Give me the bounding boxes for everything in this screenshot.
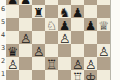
square-c2[interactable]	[32, 57, 45, 70]
square-a6[interactable]	[6, 5, 19, 18]
square-c3[interactable]: ♙	[32, 44, 45, 57]
square-g4[interactable]	[84, 31, 97, 44]
square-b3[interactable]	[19, 44, 32, 57]
square-b1[interactable]	[19, 70, 32, 80]
square-h2[interactable]	[97, 57, 110, 70]
square-e5[interactable]: ♟	[58, 18, 71, 31]
square-h5[interactable]: ♕	[97, 18, 110, 31]
square-d6[interactable]	[45, 5, 58, 18]
square-g3[interactable]	[84, 44, 97, 57]
square-b7[interactable]: ♟	[19, 0, 32, 5]
square-a4[interactable]	[6, 31, 19, 44]
square-c1[interactable]	[32, 70, 45, 80]
white-pawn-c3[interactable]: ♙	[33, 45, 44, 58]
square-b5[interactable]	[19, 18, 32, 31]
square-f5[interactable]	[71, 18, 84, 31]
white-pawn-b4[interactable]: ♙	[20, 32, 31, 45]
square-d4[interactable]	[45, 31, 58, 44]
square-e3[interactable]	[58, 44, 71, 57]
square-a1[interactable]	[6, 70, 19, 80]
white-pawn-h3[interactable]: ♙	[98, 45, 109, 58]
square-f6[interactable]: ♟	[71, 5, 84, 18]
square-f1[interactable]: ♖	[71, 70, 84, 80]
white-king-g1[interactable]: ♔	[85, 71, 96, 81]
white-knight-d5[interactable]: ♘	[46, 19, 57, 32]
black-pawn-f6[interactable]: ♟	[72, 6, 83, 19]
square-e6[interactable]: ♞	[58, 5, 71, 18]
square-f4[interactable]	[71, 31, 84, 44]
square-a7[interactable]: ♟	[6, 0, 19, 5]
white-pawn-e4[interactable]: ♙	[59, 32, 70, 45]
square-a2[interactable]: ♙	[6, 57, 19, 70]
square-g1[interactable]: ♔	[84, 70, 97, 80]
square-h4[interactable]	[97, 31, 110, 44]
square-f2[interactable]: ♙	[71, 57, 84, 70]
black-pawn-b7[interactable]: ♟	[20, 0, 31, 6]
square-c6[interactable]: ♜	[32, 5, 45, 18]
black-pawn-g5[interactable]: ♟	[85, 19, 96, 32]
white-rook-f1[interactable]: ♖	[72, 71, 83, 81]
square-f3[interactable]	[71, 44, 84, 57]
white-queen-h5[interactable]: ♕	[98, 19, 109, 32]
white-pawn-a2[interactable]: ♙	[7, 58, 18, 71]
square-d1[interactable]	[45, 70, 58, 80]
square-e2[interactable]	[58, 57, 71, 70]
square-g6[interactable]	[84, 5, 97, 18]
right-margin	[111, 0, 120, 80]
square-b6[interactable]	[19, 5, 32, 18]
square-d2[interactable]: ♖	[45, 57, 58, 70]
square-e1[interactable]	[58, 70, 71, 80]
square-h3[interactable]: ♙	[97, 44, 110, 57]
black-pawn-a7[interactable]: ♟	[7, 0, 18, 6]
white-rook-d2[interactable]: ♖	[46, 58, 57, 71]
square-g5[interactable]: ♟	[84, 18, 97, 31]
square-c4[interactable]	[32, 31, 45, 44]
square-g2[interactable]: ♙	[84, 57, 97, 70]
square-c5[interactable]	[32, 18, 45, 31]
black-rook-c6[interactable]: ♜	[33, 6, 44, 19]
square-e4[interactable]: ♙	[58, 31, 71, 44]
square-a5[interactable]	[6, 18, 19, 31]
square-d3[interactable]	[45, 44, 58, 57]
square-d5[interactable]: ♘	[45, 18, 58, 31]
chess-board[interactable]: ♟♟♜♞♟♘♟♟♕♙♙♛♙♙♙♖♙♙♖♔	[6, 0, 110, 80]
square-b2[interactable]	[19, 57, 32, 70]
chess-diagram: 654321 ♟♟♜♞♟♘♟♟♕♙♙♛♙♙♙♖♙♙♖♔	[0, 0, 120, 80]
square-a3[interactable]: ♛	[6, 44, 19, 57]
square-b4[interactable]: ♙	[19, 31, 32, 44]
square-h6[interactable]	[97, 5, 110, 18]
square-h1[interactable]	[97, 70, 110, 80]
